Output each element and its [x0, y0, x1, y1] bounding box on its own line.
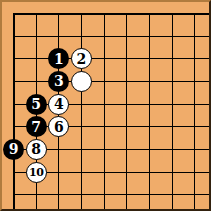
stone-number: 7	[31, 120, 41, 134]
grid-line-vertical	[81, 13, 82, 210]
stone-white-unnumbered	[71, 71, 92, 92]
stone-black-7: 7	[26, 116, 47, 137]
stone-black-5: 5	[26, 94, 47, 115]
stone-number: 6	[54, 120, 64, 134]
stone-number: 1	[54, 52, 64, 66]
stone-number: 10	[29, 167, 43, 178]
stone-number: 2	[77, 52, 87, 66]
grid-line-vertical	[172, 13, 173, 210]
grid-line-vertical	[126, 13, 127, 210]
grid-line-horizontal	[13, 36, 210, 37]
stone-number: 5	[31, 97, 41, 111]
stone-white-6: 6	[48, 116, 69, 137]
stone-black-3: 3	[48, 71, 69, 92]
stone-black-1: 1	[48, 48, 69, 69]
stone-number: 4	[54, 97, 64, 111]
grid-line-vertical	[104, 13, 105, 210]
stone-number: 3	[54, 74, 64, 88]
grid-line-vertical	[194, 13, 195, 210]
stone-white-8: 8	[26, 139, 47, 160]
grid-line-horizontal	[13, 81, 210, 82]
stone-white-10: 10	[26, 162, 47, 183]
grid-line-vertical	[149, 13, 150, 210]
grid-line-horizontal	[13, 194, 210, 195]
stone-white-4: 4	[48, 94, 69, 115]
stone-number: 8	[31, 142, 41, 156]
grid-line-horizontal	[13, 58, 210, 59]
grid-line-horizontal	[13, 13, 210, 15]
stone-number: 9	[9, 142, 19, 156]
grid-line-vertical	[13, 13, 15, 210]
stone-black-9: 9	[3, 139, 24, 160]
go-board-diagram: 12354769810	[0, 0, 211, 211]
stone-white-2: 2	[71, 48, 92, 69]
